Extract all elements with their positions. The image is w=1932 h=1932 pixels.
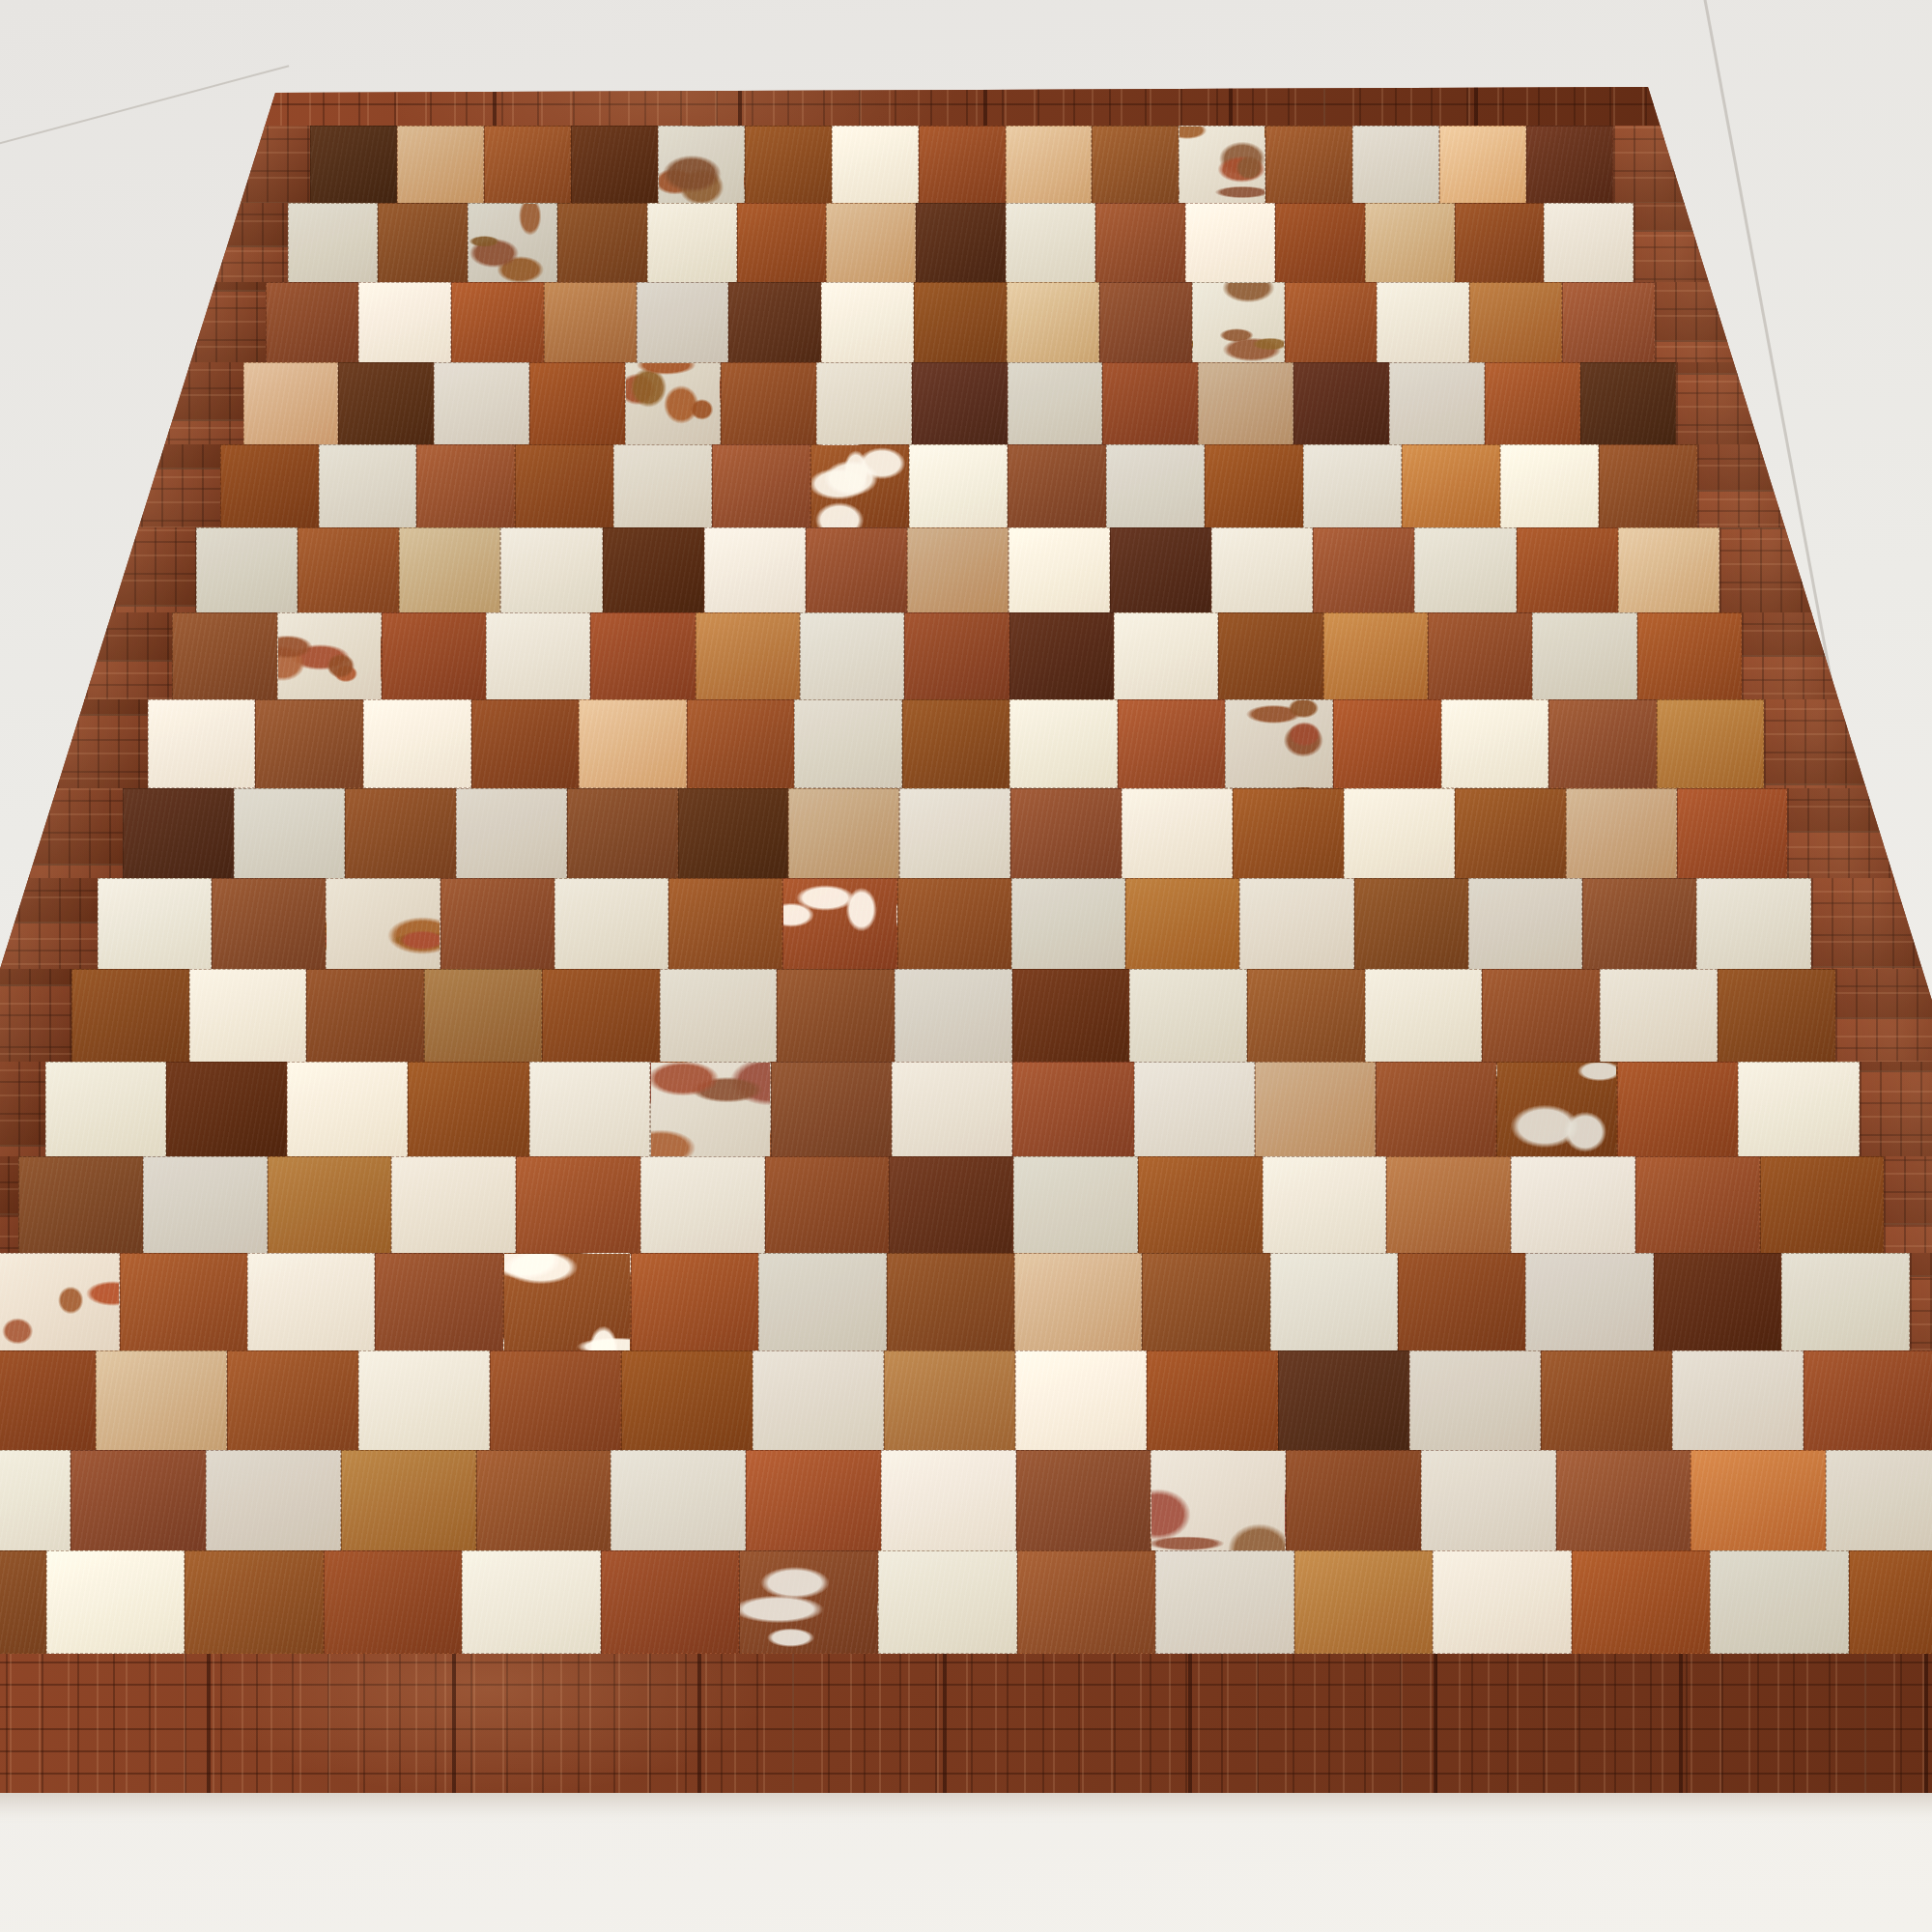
rug-cell [1007,282,1099,363]
rug-cell [914,282,1007,363]
rug-cell [753,1350,884,1451]
rug-cell [476,1450,611,1551]
rug-cell [1398,1253,1525,1351]
croc-border-right-segment [1742,612,1869,700]
rug-cell [1185,203,1275,283]
rug-cell [1014,1253,1142,1351]
rug-cell [1517,527,1618,613]
rug-cell [806,527,907,613]
rug-cell [1548,699,1657,788]
rug-cell [1303,444,1402,529]
rug-cell [277,612,382,700]
croc-border-left-segment [181,203,289,283]
croc-border-left-segment [0,878,98,971]
rug-cell [746,1450,881,1551]
rug-cell [440,878,554,971]
rug-row [155,282,1767,363]
rug-cell [227,1350,358,1451]
rug-cell [1468,878,1582,971]
rug-cell [1496,1062,1617,1157]
rug-cell [1556,1450,1691,1551]
rug-cell [120,1253,247,1351]
rug-cell [1500,444,1599,529]
rug-cell [1469,282,1562,363]
rug-cell [1013,1156,1138,1254]
rug-cell [889,1156,1013,1254]
rug-cell [625,362,721,445]
rug-cell [1134,1062,1255,1157]
rug-cell [1265,126,1352,204]
rug-row [128,362,1791,445]
croc-border-right-segment [1719,527,1843,613]
rug-cell [810,444,909,529]
rug-cell [907,527,1009,613]
rug-cell [1138,1156,1263,1254]
rug-cell [678,788,789,879]
croc-border-right-segment [1811,878,1932,971]
croc-border-left-segment [0,969,71,1063]
rug-cell [490,1350,621,1451]
rug-cell [1012,1062,1133,1157]
rug-cell [1095,203,1185,283]
rug-row [0,969,1932,1063]
croc-border-left-segment [73,527,197,613]
rug-cell [892,1062,1012,1157]
rug-cell [18,1156,143,1254]
rug-cell [721,362,816,445]
rug-cell [1009,699,1118,788]
rug-cell [338,362,434,445]
rug-cell [712,444,810,529]
rug-cell [471,699,580,788]
rug-cell [668,878,782,971]
rug-cell [1151,1450,1286,1551]
rug-cell [486,612,590,700]
rug-cell [1263,1156,1387,1254]
croc-border-right-segment [1634,203,1742,283]
rug-cell [1011,878,1125,971]
rug-row [181,203,1743,283]
rug-cell [912,362,1008,445]
rug-row [16,699,1895,788]
rug-cell [1421,1450,1556,1551]
rug-row [0,1350,1932,1451]
rug-cell [1849,1550,1932,1654]
rug-cell [1409,1350,1541,1451]
floor [0,0,1932,1932]
croc-border-right-segment [1613,126,1718,204]
rug-cell [1147,1350,1278,1451]
rug-row [0,1550,1932,1654]
rug-cell [148,699,256,788]
rug-cell [1198,362,1293,445]
floor-seam-line-top-left [0,65,289,147]
rug-cell [326,878,440,971]
rug-cell [0,1350,96,1451]
rug-cell [765,1156,890,1254]
rug-cell [650,1062,771,1157]
rug-cell [579,699,687,788]
rug-cell [243,362,339,445]
croc-border-left-segment [0,1156,18,1254]
rug-cell [268,1156,392,1254]
rug-cell [1433,1550,1572,1654]
rug-cell [1455,788,1566,879]
rug-cell [1275,203,1365,283]
rug-cell [503,1253,631,1351]
rug-cell [800,612,904,700]
rug-cell [71,1450,206,1551]
rug-cell [319,444,417,529]
rug-cell [745,126,832,204]
rug-cell [1142,1253,1269,1351]
rug-cell [46,1550,185,1654]
rug-cell [567,788,678,879]
rug-cell [902,699,1010,788]
rug-cell [255,699,363,788]
rug-cell [728,282,821,363]
rug-cell [1672,1350,1804,1451]
rug-cell [484,126,571,204]
rug-cell [1179,126,1265,204]
rug-cell [1718,969,1835,1063]
rug-cell [1293,362,1389,445]
rug-row [100,444,1816,529]
rug-cell [739,1550,878,1654]
rug-cell [185,1550,324,1654]
rug-row [0,1062,1932,1157]
rug-cell [1239,878,1353,971]
croc-border-right-segment [1764,699,1895,788]
rug-cell [1247,969,1365,1063]
rug-cell [1225,699,1333,788]
rug-cell [557,203,647,283]
rug-cell [590,612,695,700]
rug-cell [1525,1253,1653,1351]
rug-cell [1006,203,1095,283]
rug-cell [306,969,424,1063]
croc-border-left-segment [206,126,310,204]
rug-cell [788,788,899,879]
rug-cell [640,1156,765,1254]
rug-cell [166,1062,287,1157]
rug-cell [189,969,307,1063]
croc-border-left-segment [128,362,242,445]
rug-cell [341,1450,476,1551]
rug-cell [266,282,358,363]
rug-cell [660,969,778,1063]
rug-cell [358,282,451,363]
rug-cell [1677,788,1788,879]
rug-cell [1760,1156,1885,1254]
rug-cell [821,282,914,363]
rug-cell [468,203,557,283]
rug-cell [1009,612,1114,700]
rug-cell [1365,203,1455,283]
rug-cell [196,527,298,613]
rug-cell [1696,878,1810,971]
rug-cell [601,1550,740,1654]
rug-cell [771,1062,892,1157]
rug-cell [391,1156,516,1254]
rug-cell [434,362,529,445]
rug-cell [1618,527,1719,613]
croc-border-left-segment [0,788,123,879]
rug-cell [298,527,399,613]
rug-cell [916,203,1006,283]
rug-cell [71,969,189,1063]
rug-row [73,527,1843,613]
rug-cell [554,878,668,971]
rug-cell [45,1062,166,1157]
rug-cell [206,1450,341,1551]
rug-row [45,612,1869,700]
rug-cell [451,282,544,363]
rug-cell [212,878,326,971]
rug-cell [382,612,486,700]
rug-cell [1015,1350,1147,1451]
rug-cell [1344,788,1455,879]
rug-cell [658,126,745,204]
rug-cell [1129,969,1247,1063]
rug-cell [544,282,637,363]
rug-cell [637,282,729,363]
rug-cell [1102,362,1198,445]
croc-border-left-segment [16,699,148,788]
rug-cell [1654,1253,1781,1351]
rug-cell [887,1253,1014,1351]
rug-cell [378,203,468,283]
rug-cell [1544,203,1634,283]
rug-cell [1485,362,1580,445]
rug-cell [345,788,456,879]
rug-cell [794,699,902,788]
rug-cell [881,1450,1016,1551]
rug-cell [1511,1156,1635,1254]
rug-cell [399,527,500,613]
rug-cell [375,1253,502,1351]
rug-cell [529,1062,650,1157]
rug-row [206,126,1718,204]
rug-cell [1572,1550,1711,1654]
rug-cell [363,699,471,788]
rug-cell [826,203,916,283]
rug-row [0,1450,1932,1551]
rug-cell [1441,699,1549,788]
rug-cell [1482,969,1600,1063]
rug-cell [397,126,484,204]
rug-row [0,1253,1932,1351]
rug-cell [1106,444,1205,529]
rug-cell [1006,126,1093,204]
rug-cell [424,969,542,1063]
rug-cell [1439,126,1526,204]
rug-cell [1017,1550,1156,1654]
rug-cell [1352,126,1439,204]
rug-cell [542,969,660,1063]
rug-cell [1599,444,1697,529]
rug-cell [1635,1156,1760,1254]
rug-cell [909,444,1008,529]
rug-cell [1690,1450,1826,1551]
rug-cell [1125,878,1239,971]
rug-cell [1389,362,1485,445]
rug-cell [878,1550,1017,1654]
rug-cell [895,969,1012,1063]
rug-cell [247,1253,375,1351]
rug-cell [143,1156,268,1254]
rug-cell [1600,969,1718,1063]
rug-cell [1323,612,1428,700]
croc-border-bottom [0,1652,1932,1797]
rug-cell [631,1253,758,1351]
rug-cell [500,527,602,613]
rug-cell [1365,969,1483,1063]
rug-cell [1562,282,1655,363]
rug-cell [1270,1253,1398,1351]
rug-cell [1110,527,1211,613]
rug-cell [288,203,378,283]
rug-cell [1114,612,1218,700]
rug-cell [1804,1350,1932,1451]
rug-cell [1285,282,1378,363]
rug-cell [98,878,212,971]
rug-cell [1012,969,1130,1063]
rug-cell [1710,1550,1849,1654]
rug-cell [1205,444,1303,529]
rug-cell [1657,699,1765,788]
rug-cell [899,788,1010,879]
rug-cell [1009,527,1110,613]
rug-cell [1008,444,1106,529]
rug-cell [1008,362,1103,445]
rug-cell [1294,1550,1434,1654]
rug-cell [897,878,1011,971]
rug-cell [782,878,896,971]
rug-cell [1192,282,1285,363]
rug-cell [416,444,515,529]
rug-cell [408,1062,528,1157]
rug-cell [1278,1350,1409,1451]
rug-cell [0,1253,120,1351]
patchwork-rug [0,0,1932,1932]
croc-border-left-segment [0,1062,45,1157]
rug-cell [603,527,704,613]
rug-cell [1637,612,1742,700]
rug-cell [515,444,613,529]
rug-cell [758,1253,886,1351]
rug-cell [1580,362,1676,445]
rug-cell [220,444,319,529]
rug-cell [1255,1062,1376,1157]
rug-row [0,788,1923,879]
rug-cell [1122,788,1233,879]
rug-cell [777,969,895,1063]
rug-cell [1099,282,1192,363]
croc-border-top [251,81,1662,128]
croc-border-left-segment [45,612,173,700]
rug-cell [1010,788,1122,879]
rug-cell [324,1550,463,1654]
rug-cell [696,612,800,700]
rug-cell [234,788,345,879]
rug-cell [1377,282,1469,363]
rug-cell [1092,126,1179,204]
rug-cell [1781,1253,1909,1351]
rug-cell [1333,699,1441,788]
rug-cell [611,1450,746,1551]
rug-cell [0,1450,71,1551]
croc-border-right-segment [1787,788,1922,879]
rug-cell [884,1350,1015,1451]
rug-cell [1617,1062,1738,1157]
rug-cell [1455,203,1545,283]
rug-cell [1218,612,1322,700]
croc-border-right-segment [1835,969,1932,1063]
rug-cell [1566,788,1677,879]
rug-cell [832,126,919,204]
rug-cell [96,1350,227,1451]
rug-cell [123,788,234,879]
rug-cell [172,612,276,700]
rug-cell [687,699,795,788]
rug-cell [1118,699,1226,788]
rug-cell [1532,612,1636,700]
rug-cell [1155,1550,1294,1654]
croc-border-left-segment [155,282,267,363]
croc-border-right-segment [1884,1156,1932,1254]
rug-cell [358,1350,490,1451]
rug-cell [816,362,912,445]
rug-cell [1376,1062,1496,1157]
rug-cell [1582,878,1696,971]
rug-cell [1233,788,1344,879]
rug-cell [1402,444,1500,529]
rug-cell [571,126,658,204]
rug-cell [1428,612,1532,700]
rug-cell [704,527,806,613]
rug-cell [456,788,567,879]
rug-cell [310,126,397,204]
rug-cell [0,1550,46,1654]
rug-cell [1826,1450,1932,1551]
rug-cell [1414,527,1516,613]
rug-cell [1313,527,1414,613]
rug-cell [529,362,625,445]
croc-border-right-segment [1910,1253,1932,1351]
rug-cell [516,1156,640,1254]
rug-cell [647,203,737,283]
rug-cell [1211,527,1313,613]
rug-cell [1738,1062,1859,1157]
rug-cell [1541,1350,1672,1451]
rug-cell [919,126,1006,204]
rug-cell [737,203,827,283]
croc-border-right-segment [1860,1062,1932,1157]
croc-border-left-segment [100,444,219,529]
rug-cell [613,444,712,529]
rug-cell [1016,1450,1151,1551]
rug-cell [1354,878,1468,971]
rug-cell [621,1350,753,1451]
rug-cell [1386,1156,1511,1254]
rug-cell [904,612,1009,700]
rug-row [0,1156,1932,1254]
rug-cell [287,1062,408,1157]
rug-cell [1286,1450,1421,1551]
rug-cell [1526,126,1613,204]
croc-border-right-segment [1655,282,1767,363]
